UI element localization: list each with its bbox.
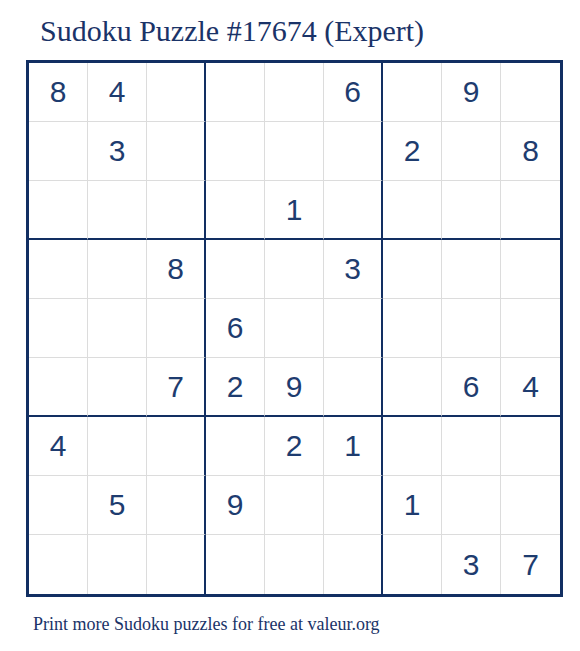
cell-r8c4: 9	[206, 476, 265, 535]
page-title: Sudoku Puzzle #17674 (Expert)	[40, 14, 424, 48]
cell-r6c5: 9	[265, 358, 324, 417]
cell-r4c2	[88, 240, 147, 299]
cell-r3c9	[501, 181, 560, 240]
cell-r3c7	[383, 181, 442, 240]
cell-r1c9	[501, 63, 560, 122]
cell-r7c9	[501, 417, 560, 476]
cell-r5c1	[29, 299, 88, 358]
cell-r5c6	[324, 299, 383, 358]
cell-r8c8	[442, 476, 501, 535]
cell-r2c2: 3	[88, 122, 147, 181]
cell-r8c5	[265, 476, 324, 535]
cell-r7c6: 1	[324, 417, 383, 476]
cell-r2c4	[206, 122, 265, 181]
cell-r3c6	[324, 181, 383, 240]
cell-r9c6	[324, 535, 383, 594]
cell-r6c7	[383, 358, 442, 417]
sudoku-page: Sudoku Puzzle #17674 (Expert) 8469328183…	[0, 0, 580, 651]
cell-r4c7	[383, 240, 442, 299]
footer-text: Print more Sudoku puzzles for free at va…	[33, 614, 380, 635]
cell-r9c5	[265, 535, 324, 594]
cell-r7c3	[147, 417, 206, 476]
cell-r7c7	[383, 417, 442, 476]
cell-r3c3	[147, 181, 206, 240]
cell-r4c9	[501, 240, 560, 299]
cell-r8c7: 1	[383, 476, 442, 535]
cell-r5c9	[501, 299, 560, 358]
cell-r8c3	[147, 476, 206, 535]
cell-r9c4	[206, 535, 265, 594]
cell-r6c1	[29, 358, 88, 417]
cell-r4c1	[29, 240, 88, 299]
cell-r1c1: 8	[29, 63, 88, 122]
cell-r9c7	[383, 535, 442, 594]
cell-r2c5	[265, 122, 324, 181]
cell-r9c9: 7	[501, 535, 560, 594]
cell-r4c8	[442, 240, 501, 299]
cell-r3c2	[88, 181, 147, 240]
cell-r2c9: 8	[501, 122, 560, 181]
cell-r2c6	[324, 122, 383, 181]
cell-r3c1	[29, 181, 88, 240]
cell-r4c3: 8	[147, 240, 206, 299]
cell-r1c3	[147, 63, 206, 122]
cell-r3c4	[206, 181, 265, 240]
cell-r5c2	[88, 299, 147, 358]
cell-r9c8: 3	[442, 535, 501, 594]
cell-r5c5	[265, 299, 324, 358]
cell-r9c1	[29, 535, 88, 594]
sudoku-board: 846932818367296442159137	[26, 60, 563, 597]
cell-r9c2	[88, 535, 147, 594]
cell-r1c8: 9	[442, 63, 501, 122]
cell-r2c3	[147, 122, 206, 181]
cell-r6c8: 6	[442, 358, 501, 417]
cell-r9c3	[147, 535, 206, 594]
cell-r7c5: 2	[265, 417, 324, 476]
cell-r5c3	[147, 299, 206, 358]
cell-r2c1	[29, 122, 88, 181]
cell-r1c4	[206, 63, 265, 122]
cell-r6c6	[324, 358, 383, 417]
cell-r4c4	[206, 240, 265, 299]
cell-r6c4: 2	[206, 358, 265, 417]
cell-r1c6: 6	[324, 63, 383, 122]
cell-r8c2: 5	[88, 476, 147, 535]
cell-r4c6: 3	[324, 240, 383, 299]
cell-r1c7	[383, 63, 442, 122]
cell-r3c8	[442, 181, 501, 240]
cell-r7c4	[206, 417, 265, 476]
cell-r8c1	[29, 476, 88, 535]
cell-r8c6	[324, 476, 383, 535]
cell-r1c2: 4	[88, 63, 147, 122]
cell-r3c5: 1	[265, 181, 324, 240]
cell-r2c7: 2	[383, 122, 442, 181]
cell-r7c2	[88, 417, 147, 476]
cell-r7c1: 4	[29, 417, 88, 476]
cell-r1c5	[265, 63, 324, 122]
cell-r8c9	[501, 476, 560, 535]
cell-r7c8	[442, 417, 501, 476]
cell-r6c9: 4	[501, 358, 560, 417]
cell-r4c5	[265, 240, 324, 299]
cell-r5c4: 6	[206, 299, 265, 358]
cell-r5c7	[383, 299, 442, 358]
cell-r5c8	[442, 299, 501, 358]
cell-r2c8	[442, 122, 501, 181]
cell-r6c3: 7	[147, 358, 206, 417]
cell-r6c2	[88, 358, 147, 417]
